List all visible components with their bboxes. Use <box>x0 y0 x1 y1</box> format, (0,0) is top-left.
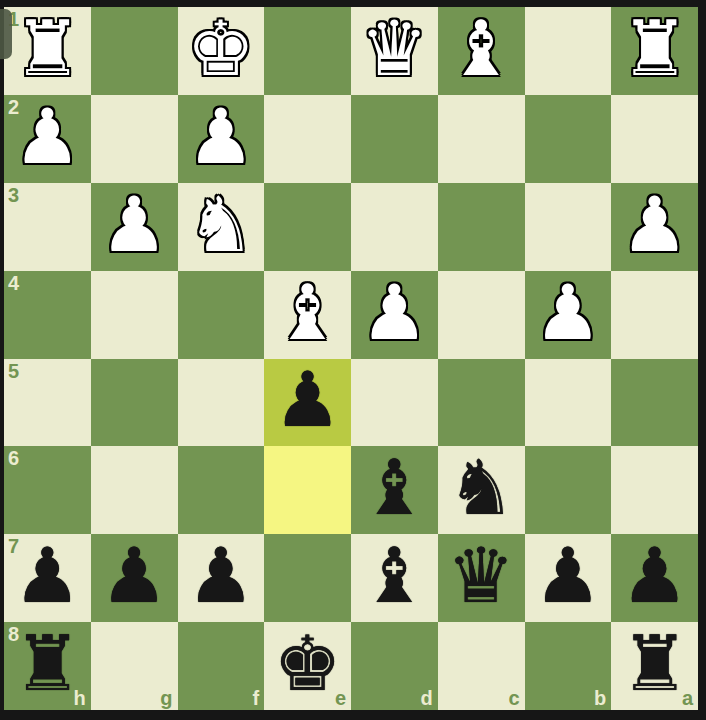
piece-black-pawn[interactable]: ♟ <box>534 538 602 614</box>
square-h8[interactable]: 8h♜ <box>4 622 91 710</box>
square-b5[interactable] <box>525 359 612 447</box>
file-label-d: d <box>421 688 433 708</box>
piece-black-rook[interactable]: ♜ <box>13 626 81 702</box>
rank-label-6: 6 <box>8 448 19 468</box>
square-e1[interactable] <box>264 7 351 95</box>
square-b2[interactable] <box>525 95 612 183</box>
square-a1[interactable]: ♜ <box>611 7 698 95</box>
square-b6[interactable] <box>525 446 612 534</box>
piece-white-pawn[interactable]: ♟ <box>534 275 602 351</box>
square-c6[interactable]: ♞ <box>438 446 525 534</box>
square-f3[interactable]: ♞ <box>178 183 265 271</box>
square-d7[interactable]: ♝ <box>351 534 438 622</box>
piece-black-queen[interactable]: ♛ <box>447 538 515 614</box>
square-g7[interactable]: ♟ <box>91 534 178 622</box>
square-f8[interactable]: f <box>178 622 265 710</box>
square-f6[interactable] <box>178 446 265 534</box>
square-d2[interactable] <box>351 95 438 183</box>
square-e5[interactable]: ♟ <box>264 359 351 447</box>
piece-white-pawn[interactable]: ♟ <box>187 99 255 175</box>
square-e7[interactable] <box>264 534 351 622</box>
square-f7[interactable]: ♟ <box>178 534 265 622</box>
square-d3[interactable] <box>351 183 438 271</box>
square-b4[interactable]: ♟ <box>525 271 612 359</box>
piece-black-pawn[interactable]: ♟ <box>13 538 81 614</box>
square-c5[interactable] <box>438 359 525 447</box>
square-c7[interactable]: ♛ <box>438 534 525 622</box>
square-a2[interactable] <box>611 95 698 183</box>
piece-black-pawn[interactable]: ♟ <box>621 538 689 614</box>
square-e2[interactable] <box>264 95 351 183</box>
piece-white-pawn[interactable]: ♟ <box>100 187 168 263</box>
square-f4[interactable] <box>178 271 265 359</box>
square-b3[interactable] <box>525 183 612 271</box>
square-h1[interactable]: 1♜ <box>4 7 91 95</box>
rank-label-4: 4 <box>8 273 19 293</box>
square-d4[interactable]: ♟ <box>351 271 438 359</box>
scrollbar-thumb[interactable] <box>0 9 12 59</box>
square-d5[interactable] <box>351 359 438 447</box>
piece-black-pawn[interactable]: ♟ <box>274 362 342 438</box>
square-h4[interactable]: 4 <box>4 271 91 359</box>
piece-black-king[interactable]: ♚ <box>274 626 342 702</box>
square-b1[interactable] <box>525 7 612 95</box>
square-h5[interactable]: 5 <box>4 359 91 447</box>
rank-label-5: 5 <box>8 361 19 381</box>
square-h2[interactable]: 2♟ <box>4 95 91 183</box>
square-h7[interactable]: 7♟ <box>4 534 91 622</box>
square-f2[interactable]: ♟ <box>178 95 265 183</box>
square-a3[interactable]: ♟ <box>611 183 698 271</box>
piece-white-rook[interactable]: ♜ <box>13 11 81 87</box>
square-e3[interactable] <box>264 183 351 271</box>
square-g6[interactable] <box>91 446 178 534</box>
square-g3[interactable]: ♟ <box>91 183 178 271</box>
square-g5[interactable] <box>91 359 178 447</box>
square-e4[interactable]: ♝ <box>264 271 351 359</box>
square-e8[interactable]: e♚ <box>264 622 351 710</box>
square-d1[interactable]: ♛ <box>351 7 438 95</box>
square-a4[interactable] <box>611 271 698 359</box>
piece-white-pawn[interactable]: ♟ <box>360 275 428 351</box>
square-a8[interactable]: a♜ <box>611 622 698 710</box>
square-a7[interactable]: ♟ <box>611 534 698 622</box>
piece-white-bishop[interactable]: ♝ <box>447 11 515 87</box>
file-label-g: g <box>160 688 172 708</box>
square-c4[interactable] <box>438 271 525 359</box>
square-b7[interactable]: ♟ <box>525 534 612 622</box>
file-label-f: f <box>253 688 260 708</box>
square-f1[interactable]: ♚ <box>178 7 265 95</box>
piece-black-bishop[interactable]: ♝ <box>360 538 428 614</box>
piece-white-knight[interactable]: ♞ <box>187 187 255 263</box>
square-h6[interactable]: 6 <box>4 446 91 534</box>
square-h3[interactable]: 3 <box>4 183 91 271</box>
piece-black-rook[interactable]: ♜ <box>621 626 689 702</box>
piece-white-bishop[interactable]: ♝ <box>274 275 342 351</box>
file-label-b: b <box>594 688 606 708</box>
square-c3[interactable] <box>438 183 525 271</box>
square-b8[interactable]: b <box>525 622 612 710</box>
piece-white-rook[interactable]: ♜ <box>621 11 689 87</box>
piece-white-king[interactable]: ♚ <box>187 11 255 87</box>
square-d8[interactable]: d <box>351 622 438 710</box>
piece-white-queen[interactable]: ♛ <box>360 11 428 87</box>
square-d6[interactable]: ♝ <box>351 446 438 534</box>
square-g8[interactable]: g <box>91 622 178 710</box>
chess-board: 1♜♚♛♝♜2♟♟3♟♞♟4♝♟♟5♟6♝♞7♟♟♟♝♛♟♟8h♜gfe♚dcb… <box>4 7 698 710</box>
piece-black-knight[interactable]: ♞ <box>447 450 515 526</box>
square-a5[interactable] <box>611 359 698 447</box>
piece-black-pawn[interactable]: ♟ <box>187 538 255 614</box>
square-g4[interactable] <box>91 271 178 359</box>
square-e6[interactable] <box>264 446 351 534</box>
square-c8[interactable]: c <box>438 622 525 710</box>
rank-label-3: 3 <box>8 185 19 205</box>
square-g2[interactable] <box>91 95 178 183</box>
piece-black-bishop[interactable]: ♝ <box>360 450 428 526</box>
piece-white-pawn[interactable]: ♟ <box>13 99 81 175</box>
square-f5[interactable] <box>178 359 265 447</box>
square-c1[interactable]: ♝ <box>438 7 525 95</box>
board-frame: 1♜♚♛♝♜2♟♟3♟♞♟4♝♟♟5♟6♝♞7♟♟♟♝♛♟♟8h♜gfe♚dcb… <box>0 0 706 720</box>
piece-black-pawn[interactable]: ♟ <box>100 538 168 614</box>
file-label-c: c <box>508 688 519 708</box>
square-c2[interactable] <box>438 95 525 183</box>
square-g1[interactable] <box>91 7 178 95</box>
square-a6[interactable] <box>611 446 698 534</box>
piece-white-pawn[interactable]: ♟ <box>621 187 689 263</box>
